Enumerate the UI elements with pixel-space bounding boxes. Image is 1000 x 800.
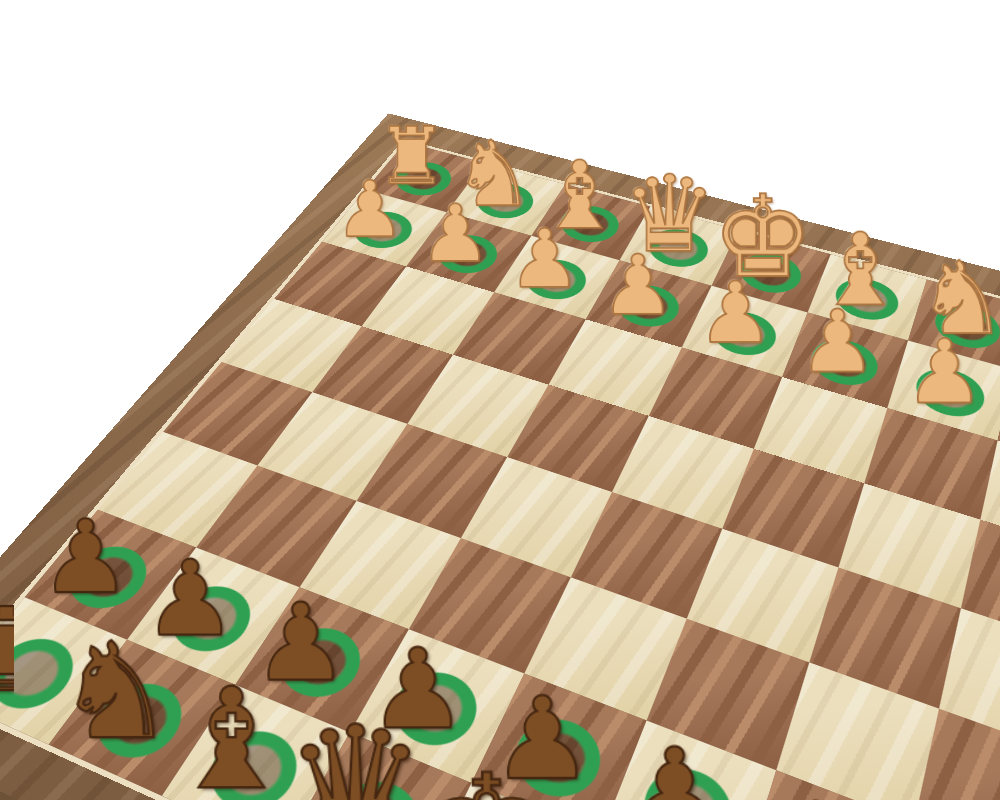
board-grid: ♜♞♝♛♚♝♞♜♟♟♟♟♟♟♟♟♟♟♟♟♟♟♟♟♜♞♝♛♚♝♞♜ [0, 139, 1000, 800]
white-pawn-piece: ♟ [799, 300, 877, 382]
white-pawn-piece: ♟ [601, 246, 675, 325]
photo-scene: ♜♞♝♛♚♝♞♜♟♟♟♟♟♟♟♟♟♟♟♟♟♟♟♟♜♞♝♛♚♝♞♜ [0, 0, 1000, 800]
black-queen-piece: ♛ [284, 710, 426, 800]
white-pawn-piece: ♟ [697, 272, 773, 353]
black-rook-piece: ♜ [0, 596, 58, 705]
board-square [722, 449, 864, 568]
walnut-frame: ♜♞♝♛♚♝♞♜♟♟♟♟♟♟♟♟♟♟♟♟♟♟♟♟♜♞♝♛♚♝♞♜ [0, 113, 1000, 800]
black-bishop-piece: ♝ [169, 673, 294, 800]
black-pawn-piece: ♟ [622, 735, 727, 800]
white-pawn-piece: ♟ [420, 196, 491, 271]
black-king-piece: ♚ [410, 756, 564, 800]
chess-board: ♜♞♝♛♚♝♞♜♟♟♟♟♟♟♟♟♟♟♟♟♟♟♟♟♜♞♝♛♚♝♞♜ [0, 113, 1000, 800]
white-pawn-piece: ♟ [508, 220, 581, 297]
white-pawn-piece: ♟ [335, 172, 405, 246]
black-pawn-piece: ♟ [761, 790, 870, 800]
product-photo-stage: Classic Staunton wooden chess set on wal… [0, 0, 1000, 800]
white-pawn-piece: ♟ [905, 330, 985, 414]
black-knight-piece: ♞ [56, 628, 175, 754]
